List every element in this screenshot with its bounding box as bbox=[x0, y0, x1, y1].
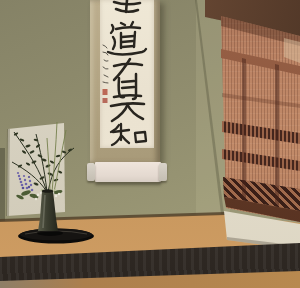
hanging-scroll bbox=[89, 0, 169, 192]
calligraphy-char-dao bbox=[108, 22, 146, 55]
scroll-paper bbox=[100, 0, 154, 148]
calligraphy-char-ten bbox=[111, 95, 144, 121]
calligraphy-char-you bbox=[114, 59, 142, 99]
signature-column bbox=[103, 45, 108, 83]
calligraphy-char-chi bbox=[111, 124, 146, 145]
tokonoma-photo bbox=[0, 0, 300, 288]
calligraphy-strokes bbox=[100, 0, 154, 148]
scroll-roller-knob-right bbox=[159, 163, 167, 181]
ikebana-arrangement bbox=[0, 100, 100, 250]
branch-leaves bbox=[13, 132, 72, 186]
seal-stamps bbox=[103, 89, 108, 103]
scroll-lower-band bbox=[95, 162, 161, 182]
calligraphy-char-partial bbox=[114, 0, 140, 12]
